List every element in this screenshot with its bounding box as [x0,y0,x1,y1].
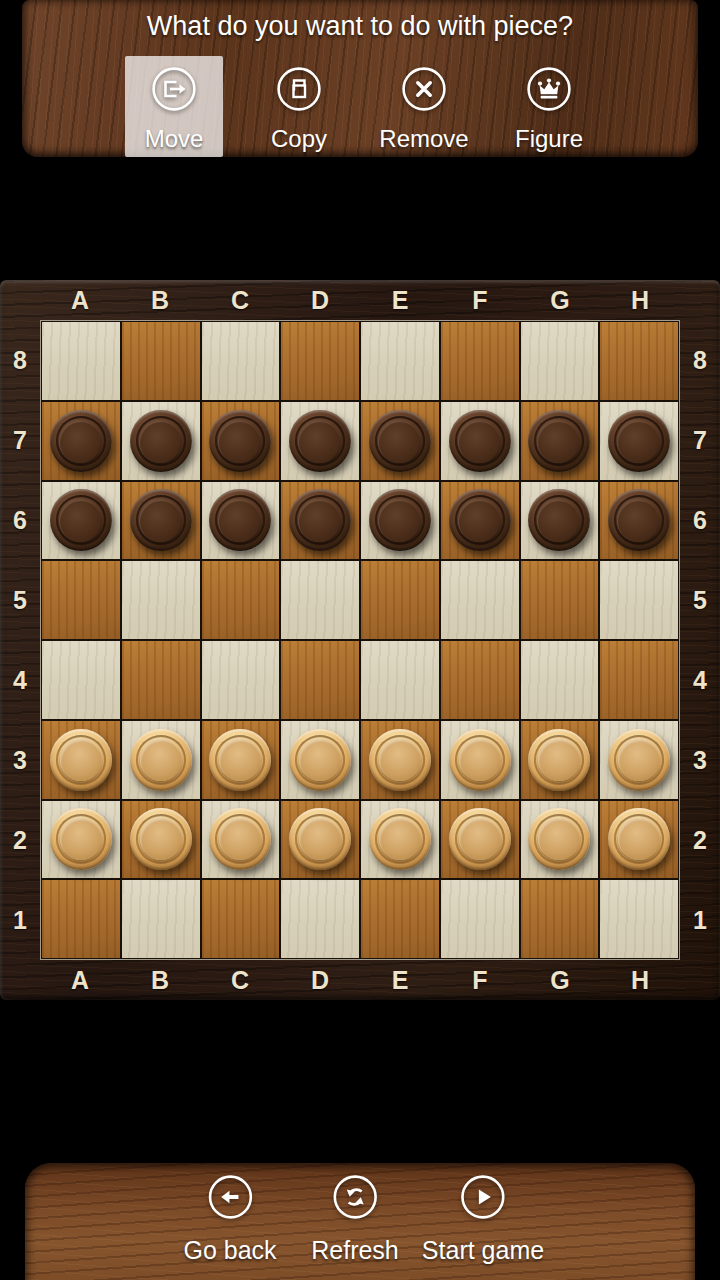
square-a4[interactable] [42,641,120,719]
rank-label-6: 6 [693,480,707,560]
rank-label-8: 8 [693,320,707,400]
square-a3[interactable] [42,721,120,799]
dark-checker-a6[interactable] [50,489,112,551]
square-h5[interactable] [600,561,678,639]
square-a2[interactable] [42,801,120,879]
square-e8[interactable] [361,322,439,400]
start-game-label: Start game [422,1236,544,1265]
figure-button[interactable]: Figure [500,56,598,157]
square-g3[interactable] [521,721,599,799]
square-b8[interactable] [122,322,200,400]
move-button-label: Move [145,125,204,153]
piece-action-dialog: What do you want to do with piece? Move [22,0,698,157]
remove-x-icon [401,66,447,112]
square-h2[interactable] [600,801,678,879]
remove-button[interactable]: Remove [375,56,473,157]
start-game-button[interactable]: Start game [422,1174,544,1265]
square-e3[interactable] [361,721,439,799]
light-checker-b2[interactable] [130,808,192,870]
square-e2[interactable] [361,801,439,879]
square-a8[interactable] [42,322,120,400]
square-c1[interactable] [202,880,280,958]
square-f1[interactable] [441,880,519,958]
square-e6[interactable] [361,482,439,560]
light-checker-f3[interactable] [449,729,511,791]
refresh-label: Refresh [311,1236,399,1265]
square-b7[interactable] [122,402,200,480]
light-checker-g3[interactable] [528,729,590,791]
rank-label-6: 6 [13,480,27,560]
file-label-a: A [40,286,120,315]
file-label-e: E [360,286,440,315]
square-c3[interactable] [202,721,280,799]
light-checker-h2[interactable] [608,808,670,870]
light-checker-g2[interactable] [528,808,590,870]
refresh-icon [332,1174,378,1220]
square-g6[interactable] [521,482,599,560]
move-button[interactable]: Move [125,56,223,157]
dark-checker-h7[interactable] [608,410,670,472]
square-g4[interactable] [521,641,599,719]
light-checker-e2[interactable] [369,808,431,870]
dark-checker-g6[interactable] [528,489,590,551]
dark-checker-b6[interactable] [130,489,192,551]
square-c5[interactable] [202,561,280,639]
dark-checker-d7[interactable] [289,410,351,472]
light-checker-d3[interactable] [289,729,351,791]
rank-label-2: 2 [693,800,707,880]
square-b3[interactable] [122,721,200,799]
square-e1[interactable] [361,880,439,958]
rank-label-5: 5 [13,560,27,640]
square-h7[interactable] [600,402,678,480]
file-labels-bottom: ABCDEFGH [40,960,680,1000]
square-d2[interactable] [281,801,359,879]
file-label-c: C [200,286,280,315]
file-label-f: F [440,966,520,995]
dark-checker-h6[interactable] [608,489,670,551]
dark-checker-f7[interactable] [449,410,511,472]
file-labels-top: ABCDEFGH [40,280,680,320]
file-label-d: D [280,966,360,995]
dark-checker-b7[interactable] [130,410,192,472]
file-label-h: H [600,966,680,995]
rank-label-3: 3 [693,720,707,800]
square-e5[interactable] [361,561,439,639]
square-b5[interactable] [122,561,200,639]
square-g1[interactable] [521,880,599,958]
square-d3[interactable] [281,721,359,799]
square-h6[interactable] [600,482,678,560]
rank-labels-right: 87654321 [680,320,720,960]
square-d4[interactable] [281,641,359,719]
light-checker-a3[interactable] [50,729,112,791]
figure-button-label: Figure [515,125,583,153]
square-b1[interactable] [122,880,200,958]
square-a7[interactable] [42,402,120,480]
rank-labels-left: 87654321 [0,320,40,960]
light-checker-b3[interactable] [130,729,192,791]
square-b2[interactable] [122,801,200,879]
light-checker-c3[interactable] [209,729,271,791]
square-f8[interactable] [441,322,519,400]
light-checker-f2[interactable] [449,808,511,870]
square-a1[interactable] [42,880,120,958]
dark-checker-a7[interactable] [50,410,112,472]
square-e7[interactable] [361,402,439,480]
square-h1[interactable] [600,880,678,958]
light-checker-d2[interactable] [289,808,351,870]
rank-label-2: 2 [13,800,27,880]
go-back-button[interactable]: Go back [183,1174,276,1265]
refresh-button[interactable]: Refresh [311,1174,399,1265]
square-f5[interactable] [441,561,519,639]
file-label-c: C [200,966,280,995]
dark-checker-f6[interactable] [449,489,511,551]
rank-label-8: 8 [13,320,27,400]
board-grid [40,320,680,960]
square-c7[interactable] [202,402,280,480]
square-a5[interactable] [42,561,120,639]
square-d5[interactable] [281,561,359,639]
copy-button-label: Copy [271,125,327,153]
square-d1[interactable] [281,880,359,958]
file-label-b: B [120,966,200,995]
footer-toolbar: Go back Refresh Start game [25,1163,695,1280]
square-a6[interactable] [42,482,120,560]
square-h3[interactable] [600,721,678,799]
copy-button[interactable]: Copy [250,56,348,157]
rank-label-4: 4 [693,640,707,720]
square-d8[interactable] [281,322,359,400]
file-label-e: E [360,966,440,995]
square-b6[interactable] [122,482,200,560]
square-d7[interactable] [281,402,359,480]
file-label-h: H [600,286,680,315]
dark-checker-c7[interactable] [209,410,271,472]
dark-checker-e6[interactable] [369,489,431,551]
square-f4[interactable] [441,641,519,719]
file-label-g: G [520,966,600,995]
rank-label-7: 7 [693,400,707,480]
go-back-label: Go back [183,1236,276,1265]
rank-label-4: 4 [13,640,27,720]
file-label-b: B [120,286,200,315]
light-checker-h3[interactable] [608,729,670,791]
square-c8[interactable] [202,322,280,400]
crown-icon [526,66,572,112]
square-b4[interactable] [122,641,200,719]
rank-label-3: 3 [13,720,27,800]
square-h4[interactable] [600,641,678,719]
dialog-title: What do you want to do with piece? [22,11,698,42]
square-g7[interactable] [521,402,599,480]
copy-icon [276,66,322,112]
square-g5[interactable] [521,561,599,639]
dark-checker-d6[interactable] [289,489,351,551]
dialog-actions: Move Copy Remove [125,56,598,157]
back-arrow-icon [207,1174,253,1220]
square-h8[interactable] [600,322,678,400]
square-d6[interactable] [281,482,359,560]
rank-label-7: 7 [13,400,27,480]
dark-checker-g7[interactable] [528,410,590,472]
light-checker-e3[interactable] [369,729,431,791]
file-label-f: F [440,286,520,315]
rank-label-1: 1 [13,880,27,960]
light-checker-a2[interactable] [50,808,112,870]
file-label-d: D [280,286,360,315]
square-c2[interactable] [202,801,280,879]
square-g2[interactable] [521,801,599,879]
file-label-g: G [520,286,600,315]
play-icon [460,1174,506,1220]
checkers-board: ABCDEFGH ABCDEFGH 87654321 87654321 [0,280,720,1000]
square-f3[interactable] [441,721,519,799]
dark-checker-c6[interactable] [209,489,271,551]
square-g8[interactable] [521,322,599,400]
dark-checker-e7[interactable] [369,410,431,472]
square-f7[interactable] [441,402,519,480]
square-f2[interactable] [441,801,519,879]
move-out-icon [151,66,197,112]
file-label-a: A [40,966,120,995]
square-c4[interactable] [202,641,280,719]
square-c6[interactable] [202,482,280,560]
rank-label-5: 5 [693,560,707,640]
square-f6[interactable] [441,482,519,560]
light-checker-c2[interactable] [209,808,271,870]
rank-label-1: 1 [693,880,707,960]
remove-button-label: Remove [379,125,468,153]
square-e4[interactable] [361,641,439,719]
